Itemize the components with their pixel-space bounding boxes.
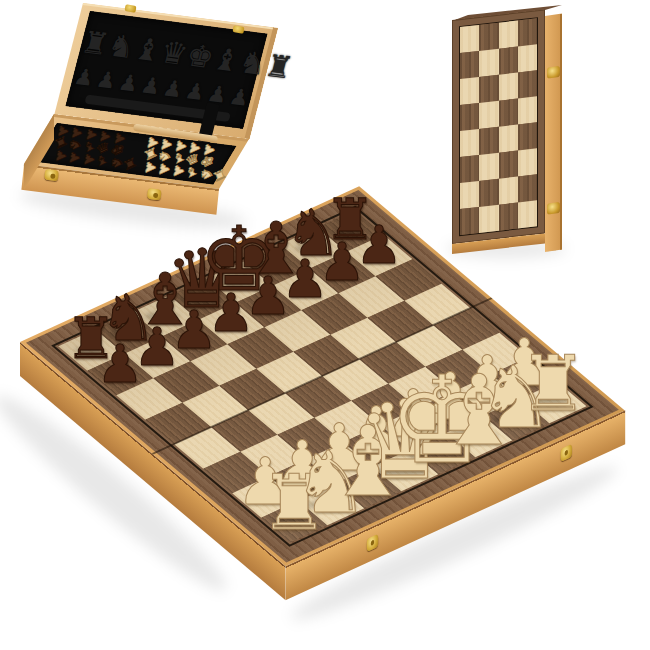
fb-square-r5c1	[479, 153, 498, 181]
fb-square-r6c0	[460, 181, 479, 209]
lid-slot: ♟	[160, 75, 186, 102]
lid-slot: ♟	[227, 84, 253, 111]
folded-board-side-face	[545, 14, 562, 252]
fb-square-r4c2	[499, 125, 518, 153]
fb-square-r3c3	[518, 96, 537, 124]
fb-square-r2c2	[499, 73, 518, 101]
brass-latch-icon	[367, 534, 378, 552]
fb-square-r1c3	[518, 44, 537, 72]
lid-slot: ♟	[182, 78, 208, 105]
fb-square-r4c0	[460, 129, 479, 157]
fb-square-r7c0	[460, 207, 479, 235]
brass-clasp-icon	[44, 169, 59, 182]
fb-square-r7c2	[499, 203, 518, 231]
lid-slot: ♟	[94, 67, 120, 94]
fb-square-r3c0	[460, 103, 479, 131]
lid-slot: ♟	[138, 72, 164, 99]
lid-slot: ♟	[116, 69, 142, 96]
fb-square-r2c1	[479, 75, 498, 103]
brass-clasp-icon	[547, 202, 560, 215]
fb-square-r4c1	[479, 127, 498, 155]
fb-square-r2c0	[460, 77, 479, 105]
product-photo-scene: ♜♞♝♛♚♝♞♜♟♟♟♟♟♟♟♟♟♟♟♟♟♟♟♟♜♞♝♛♚♝♞♜ ♜♞♝♛♚♝♞…	[0, 0, 650, 650]
fb-square-r7c3	[518, 200, 537, 228]
fb-square-r6c1	[479, 179, 498, 207]
fb-square-r7c1	[479, 205, 498, 233]
fb-square-r6c2	[499, 177, 518, 205]
fb-square-r1c2	[499, 47, 518, 75]
fb-square-r1c1	[479, 49, 498, 77]
fb-square-r3c1	[479, 101, 498, 129]
brass-latch-icon	[561, 444, 572, 462]
folded-board-face	[452, 9, 545, 244]
lid-slot: ♟	[72, 64, 98, 91]
folded-board-checker-grid	[459, 17, 538, 236]
fb-square-r0c0	[460, 25, 479, 53]
fb-square-r3c2	[499, 99, 518, 127]
fb-square-r5c2	[499, 151, 518, 179]
fb-square-r6c3	[518, 174, 537, 202]
brass-clasp-icon	[147, 188, 162, 201]
fb-square-r0c2	[499, 21, 518, 49]
fb-square-r0c3	[518, 18, 537, 46]
tray-piece: ♜	[211, 167, 229, 184]
fb-square-r4c3	[518, 122, 537, 150]
fb-square-r5c0	[460, 155, 479, 183]
fb-square-r0c1	[479, 23, 498, 51]
fb-square-r1c0	[460, 51, 479, 79]
fb-square-r5c3	[518, 148, 537, 176]
brass-clasp-icon	[547, 66, 560, 79]
fb-square-r2c3	[518, 70, 537, 98]
